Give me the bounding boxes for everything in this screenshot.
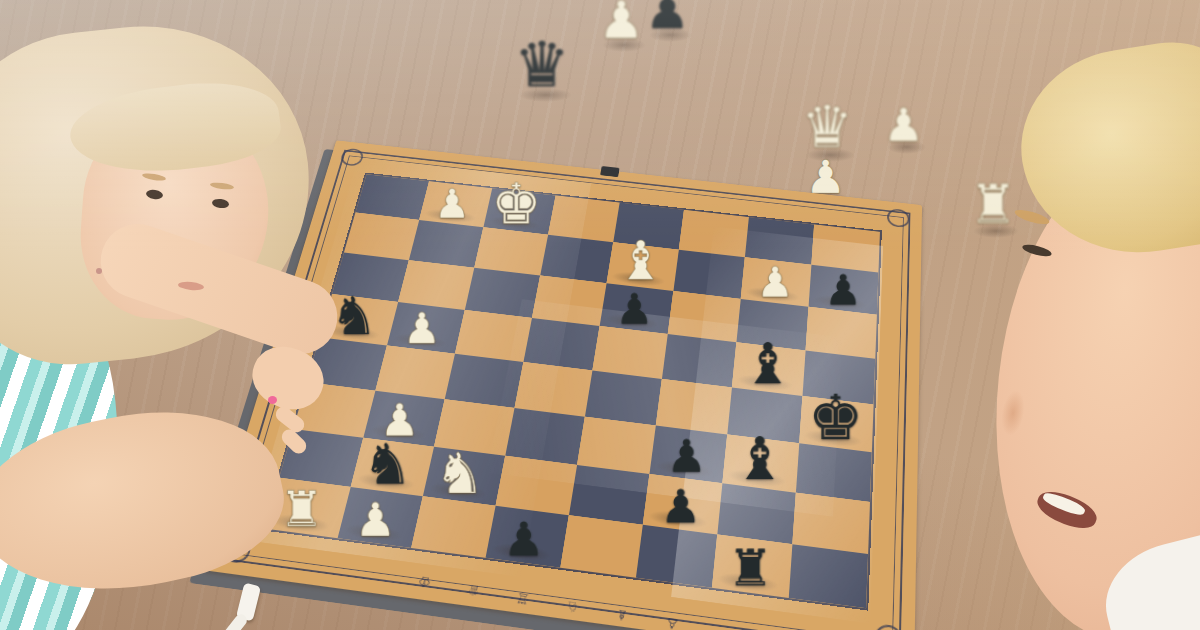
square-c2 bbox=[423, 447, 505, 506]
captured-black-pawn-top: ♟ bbox=[645, 0, 690, 36]
photo-scene: ♙ ♗ ♘ ♖ ♕ ♔ ♟♚♝♟♟♟♞♟♝♚♟♟♝♞♞♟♜♟♟♜ ♛♟♟♛♟♟♜… bbox=[0, 0, 1200, 630]
captured-white-pawn-right: ♟ bbox=[883, 102, 924, 148]
square-g1 bbox=[712, 534, 792, 598]
square-f1 bbox=[636, 525, 717, 588]
square-d5 bbox=[523, 318, 599, 371]
girl-pink-nail bbox=[268, 396, 277, 404]
captured-white-pawn-top: ♟ bbox=[598, 0, 645, 46]
captured-white-rook: ♜ bbox=[969, 178, 1017, 232]
square-b2 bbox=[351, 438, 434, 496]
square-d2 bbox=[496, 456, 577, 515]
border-circle-top-right bbox=[887, 208, 910, 228]
captured-white-queen: ♛ bbox=[801, 98, 853, 156]
square-f7 bbox=[673, 250, 744, 299]
square-e1 bbox=[560, 515, 642, 578]
square-b1 bbox=[338, 487, 423, 548]
border-circle-top-left bbox=[339, 148, 365, 167]
girl-earring bbox=[96, 268, 102, 274]
border-circle-bottom-right bbox=[875, 623, 903, 630]
square-b3 bbox=[363, 391, 444, 447]
board-hinge-clasp bbox=[600, 166, 620, 177]
square-d1 bbox=[486, 506, 569, 568]
boy-hair bbox=[1007, 31, 1200, 269]
square-e7 bbox=[607, 242, 679, 291]
square-c1 bbox=[411, 496, 495, 558]
square-h1 bbox=[789, 544, 868, 608]
captured-black-queen: ♛ bbox=[514, 34, 570, 96]
board-grid: ♟♚♝♟♟♟♞♟♝♚♟♟♝♞♞♟♜♟♟♜ bbox=[264, 174, 879, 608]
